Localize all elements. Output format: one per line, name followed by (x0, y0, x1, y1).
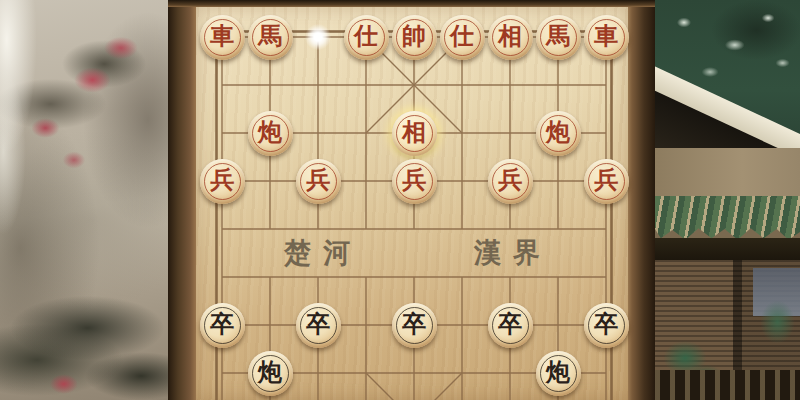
piece-red-elephant[interactable]: 相 (392, 111, 437, 156)
piece-red-elephant[interactable]: 相 (488, 15, 533, 60)
piece-black-cannon[interactable]: 炮 (248, 351, 293, 396)
piece-red-advisor[interactable]: 仕 (440, 15, 485, 60)
frame-left-edge (168, 0, 196, 400)
background-painting-left (0, 0, 168, 400)
piece-black-soldier[interactable]: 卒 (200, 303, 245, 348)
frame-top-edge (168, 0, 655, 7)
piece-red-horse[interactable]: 馬 (536, 15, 581, 60)
piece-red-horse[interactable]: 馬 (248, 15, 293, 60)
piece-red-soldier[interactable]: 兵 (488, 159, 533, 204)
piece-red-soldier[interactable]: 兵 (296, 159, 341, 204)
thatch-fringe-art (655, 196, 800, 242)
piece-red-cannon[interactable]: 炮 (536, 111, 581, 156)
game-screen: 楚河 漢界 車馬仕帥仕相馬車炮相炮兵兵兵兵兵卒卒卒卒卒炮炮 (0, 0, 800, 400)
piece-red-advisor[interactable]: 仕 (344, 15, 389, 60)
piece-red-cannon[interactable]: 炮 (248, 111, 293, 156)
piece-black-soldier[interactable]: 卒 (296, 303, 341, 348)
board-frame: 楚河 漢界 車馬仕帥仕相馬車炮相炮兵兵兵兵兵卒卒卒卒卒炮炮 (168, 0, 655, 400)
piece-red-soldier[interactable]: 兵 (392, 159, 437, 204)
piece-red-soldier[interactable]: 兵 (584, 159, 629, 204)
leaves-art (750, 290, 800, 370)
piece-black-cannon[interactable]: 炮 (536, 351, 581, 396)
xiangqi-board[interactable]: 楚河 漢界 車馬仕帥仕相馬車炮相炮兵兵兵兵兵卒卒卒卒卒炮炮 (196, 7, 628, 400)
background-painting-right (655, 0, 800, 400)
piece-red-general[interactable]: 帥 (392, 15, 437, 60)
eave-art (655, 238, 800, 262)
piece-red-chariot[interactable]: 車 (200, 15, 245, 60)
piece-black-soldier[interactable]: 卒 (488, 303, 533, 348)
piece-black-soldier[interactable]: 卒 (584, 303, 629, 348)
piece-black-soldier[interactable]: 卒 (392, 303, 437, 348)
railing-art (655, 370, 800, 400)
piece-red-chariot[interactable]: 車 (584, 15, 629, 60)
frame-right-edge (628, 0, 655, 400)
pieces-layer: 車馬仕帥仕相馬車炮相炮兵兵兵兵兵卒卒卒卒卒炮炮 (196, 7, 628, 400)
piece-red-soldier[interactable]: 兵 (200, 159, 245, 204)
